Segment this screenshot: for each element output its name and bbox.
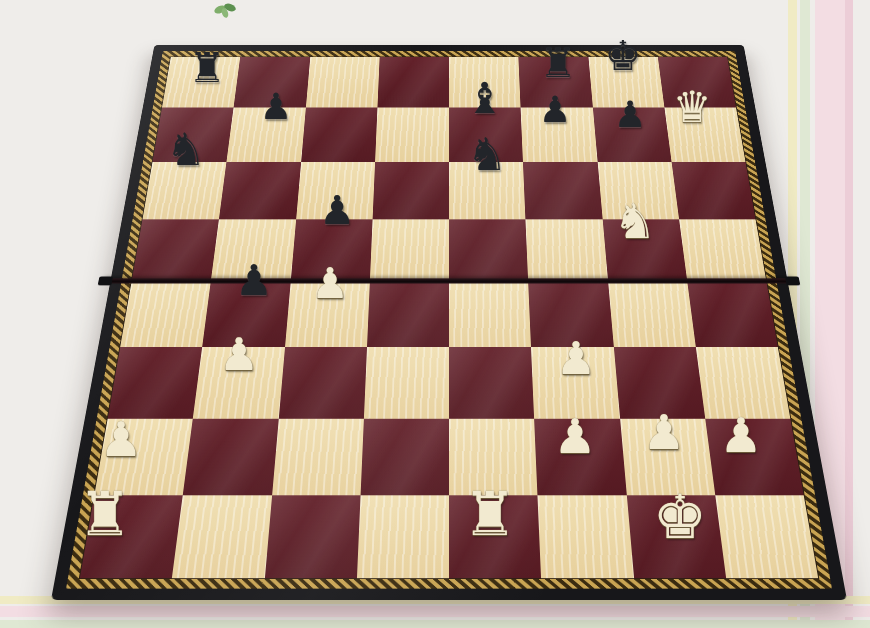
white-pawn-c4[interactable]: ♟ xyxy=(311,263,349,306)
black-pawn-g7[interactable]: ♟ xyxy=(614,97,647,133)
square-a5[interactable] xyxy=(132,219,219,281)
square-e4[interactable] xyxy=(449,281,531,347)
black-knight-a6[interactable]: ♞ xyxy=(166,127,206,172)
black-knight-e6[interactable]: ♞ xyxy=(467,132,508,177)
black-bishop-e7[interactable]: ♝ xyxy=(466,77,504,120)
square-e5[interactable] xyxy=(449,219,528,281)
square-h1[interactable] xyxy=(715,495,818,578)
square-b6[interactable] xyxy=(219,162,301,220)
square-d4[interactable] xyxy=(367,281,449,347)
black-pawn-f7[interactable]: ♟ xyxy=(539,92,572,128)
square-c1[interactable] xyxy=(264,495,360,578)
white-king-g1[interactable]: ♚ xyxy=(653,487,707,548)
white-rook-e1[interactable]: ♜ xyxy=(463,484,517,545)
board-hinge-right xyxy=(785,276,800,285)
square-d6[interactable] xyxy=(372,162,449,220)
white-pawn-a2[interactable]: ♟ xyxy=(99,415,142,463)
square-a3[interactable] xyxy=(108,347,203,418)
tablecloth-stripe-pink-horizontal xyxy=(0,606,870,617)
square-h6[interactable] xyxy=(671,162,755,220)
white-knight-g5[interactable]: ♞ xyxy=(613,197,656,245)
white-pawn-f2[interactable]: ♟ xyxy=(553,413,596,461)
white-queen-h7[interactable]: ♛ xyxy=(673,86,712,129)
black-pawn-b7[interactable]: ♟ xyxy=(260,89,292,125)
board-hinge-left xyxy=(98,276,113,285)
square-b1[interactable] xyxy=(172,495,272,578)
square-d2[interactable] xyxy=(360,418,449,495)
black-pawn-c5[interactable]: ♟ xyxy=(319,191,355,231)
tablecloth-stripe-green-horizontal xyxy=(0,620,870,628)
square-d1[interactable] xyxy=(357,495,449,578)
black-pawn-b4[interactable]: ♟ xyxy=(235,260,273,302)
white-pawn-h2[interactable]: ♟ xyxy=(720,412,763,460)
square-h4[interactable] xyxy=(687,281,778,347)
white-pawn-g2[interactable]: ♟ xyxy=(643,409,686,457)
square-d7[interactable] xyxy=(375,108,449,162)
square-f5[interactable] xyxy=(526,219,608,281)
black-rook-a8[interactable]: ♜ xyxy=(188,47,225,89)
square-e3[interactable] xyxy=(449,347,534,418)
square-b2[interactable] xyxy=(183,418,278,495)
square-d8[interactable] xyxy=(377,57,449,108)
black-rook-f8[interactable]: ♜ xyxy=(539,43,576,84)
square-f6[interactable] xyxy=(523,162,602,220)
square-a4[interactable] xyxy=(120,281,211,347)
white-pawn-f3[interactable]: ♟ xyxy=(556,336,597,381)
board-fold-seam xyxy=(103,278,795,283)
white-rook-a1[interactable]: ♜ xyxy=(78,484,132,545)
tablecloth-stripe-deeppink-vertical xyxy=(845,0,853,628)
photo-scene: ♜♟♞♟♟♜♚♝♟♟♞♛♞♟♟♟♟♟♟♟♜♜♚ xyxy=(0,0,870,628)
black-king-g8[interactable]: ♚ xyxy=(605,36,642,77)
white-pawn-b3[interactable]: ♟ xyxy=(219,332,259,377)
square-g4[interactable] xyxy=(608,281,696,347)
tablecloth-sprig-print xyxy=(212,2,242,18)
square-c2[interactable] xyxy=(272,418,364,495)
square-f1[interactable] xyxy=(538,495,634,578)
square-d3[interactable] xyxy=(364,347,449,418)
square-c3[interactable] xyxy=(278,347,366,418)
square-c7[interactable] xyxy=(301,108,377,162)
square-c8[interactable] xyxy=(305,57,379,108)
square-d5[interactable] xyxy=(370,219,449,281)
square-h5[interactable] xyxy=(679,219,766,281)
